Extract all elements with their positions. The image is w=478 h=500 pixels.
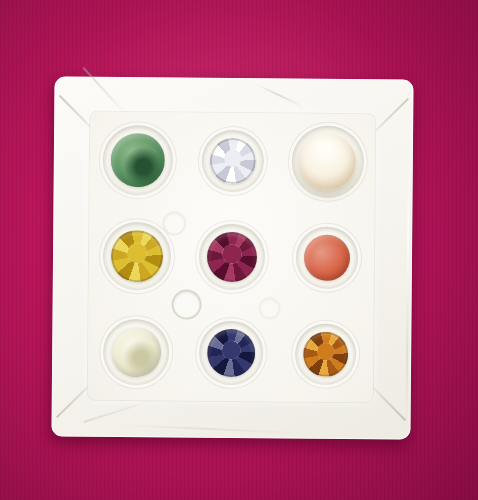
gem-well xyxy=(198,321,263,386)
grid-cell-r2c0 xyxy=(88,304,184,401)
gem-blue-sapphire xyxy=(206,329,254,377)
gem-well xyxy=(102,222,171,291)
plastic-wrap-wrinkle xyxy=(405,157,409,433)
gem-pearl xyxy=(299,134,355,190)
plastic-wrap-wrinkle xyxy=(112,424,302,434)
gem-well xyxy=(102,125,173,196)
grid-cell-r2c2 xyxy=(278,305,374,402)
gem-yellow-sapphire xyxy=(110,230,162,282)
gem-well xyxy=(295,323,357,385)
gem-diamond xyxy=(209,138,255,184)
gem-well xyxy=(201,130,264,193)
gem-emerald xyxy=(110,133,164,187)
gem-grid xyxy=(88,112,376,402)
grid-cell-r1c0 xyxy=(89,208,185,305)
grid-cell-r1c2 xyxy=(279,209,375,306)
gem-box xyxy=(51,76,413,439)
grid-cell-r2c1 xyxy=(183,305,279,402)
gem-well xyxy=(291,126,364,199)
grid-cell-r0c2 xyxy=(279,113,375,210)
gem-well xyxy=(295,227,358,290)
gem-red-coral xyxy=(303,235,349,281)
grid-cell-r0c1 xyxy=(184,113,280,210)
gem-hessonite xyxy=(303,331,348,376)
grid-cell-r0c0 xyxy=(89,112,185,209)
photo-scene xyxy=(0,0,478,500)
gem-cats-eye xyxy=(110,327,160,377)
plastic-wrap-wrinkle xyxy=(255,83,305,108)
grid-cell-r1c1 xyxy=(184,209,280,306)
gem-well xyxy=(198,224,265,291)
gem-well xyxy=(102,319,169,386)
plastic-wrap-wrinkle xyxy=(83,397,160,423)
box-inner-tray xyxy=(88,112,376,402)
gem-ruby xyxy=(206,232,256,282)
